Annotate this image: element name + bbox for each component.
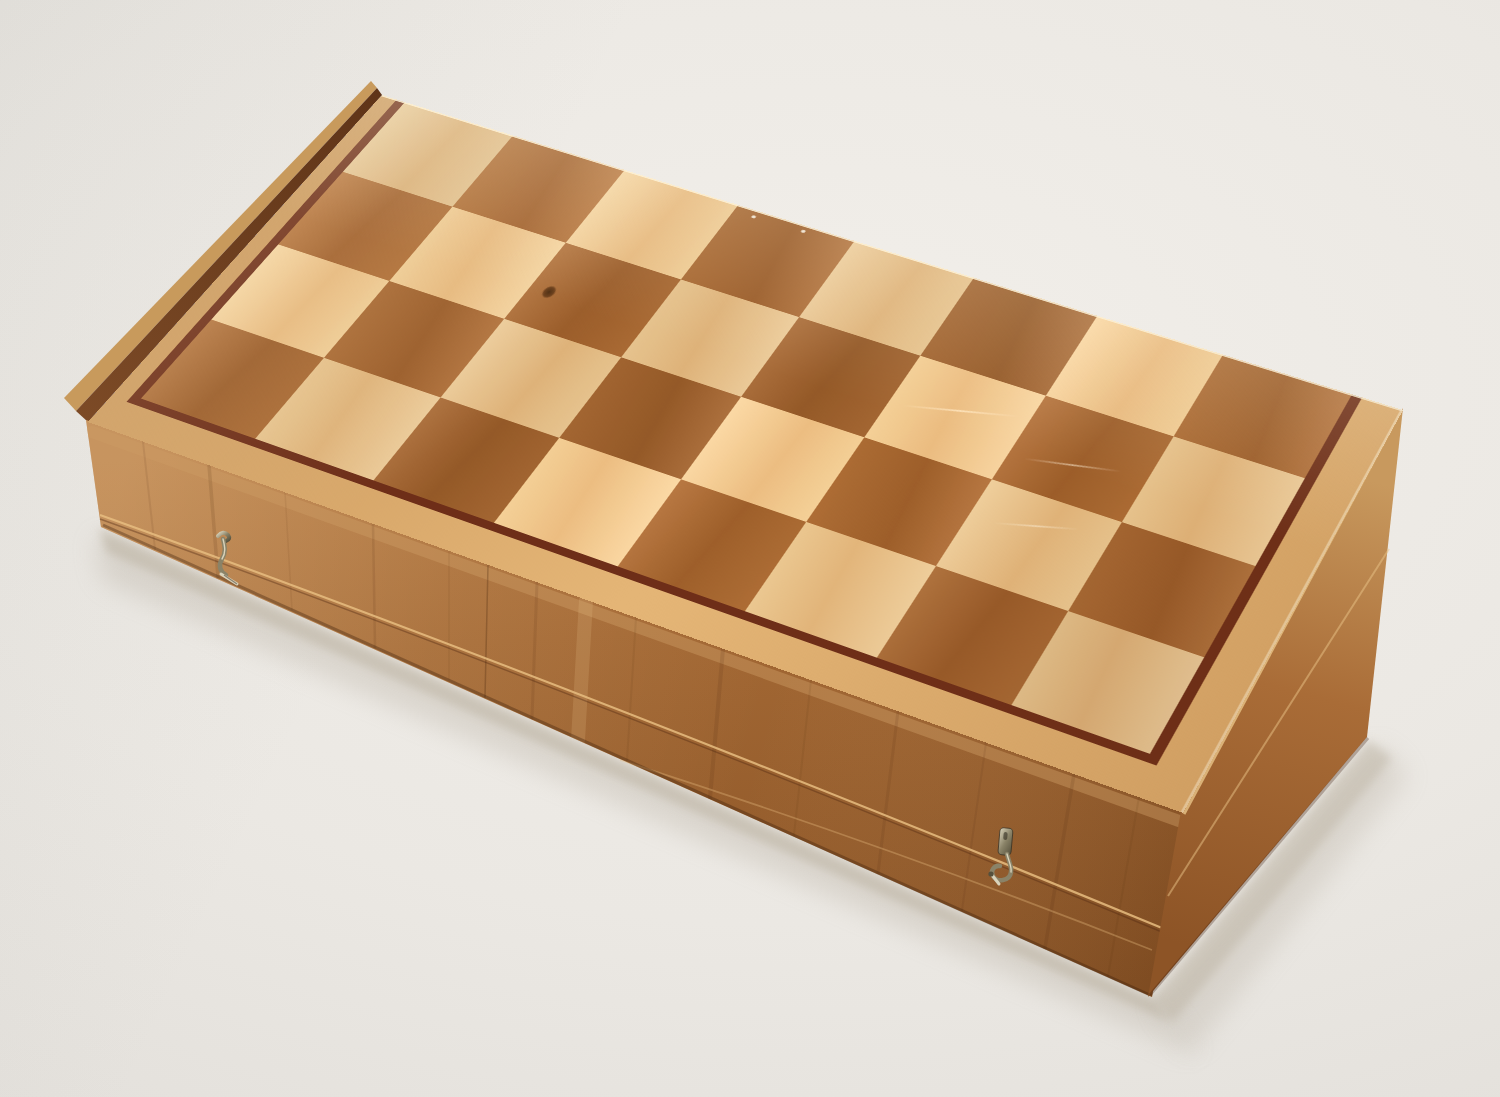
photo-scene — [0, 0, 1500, 1097]
dust-speck — [751, 215, 757, 219]
dust-speck — [801, 229, 807, 233]
surface-scratch — [902, 404, 1018, 416]
surface-scratch — [1025, 458, 1123, 472]
wood-knot — [540, 284, 560, 299]
surface-scratch — [994, 522, 1079, 530]
